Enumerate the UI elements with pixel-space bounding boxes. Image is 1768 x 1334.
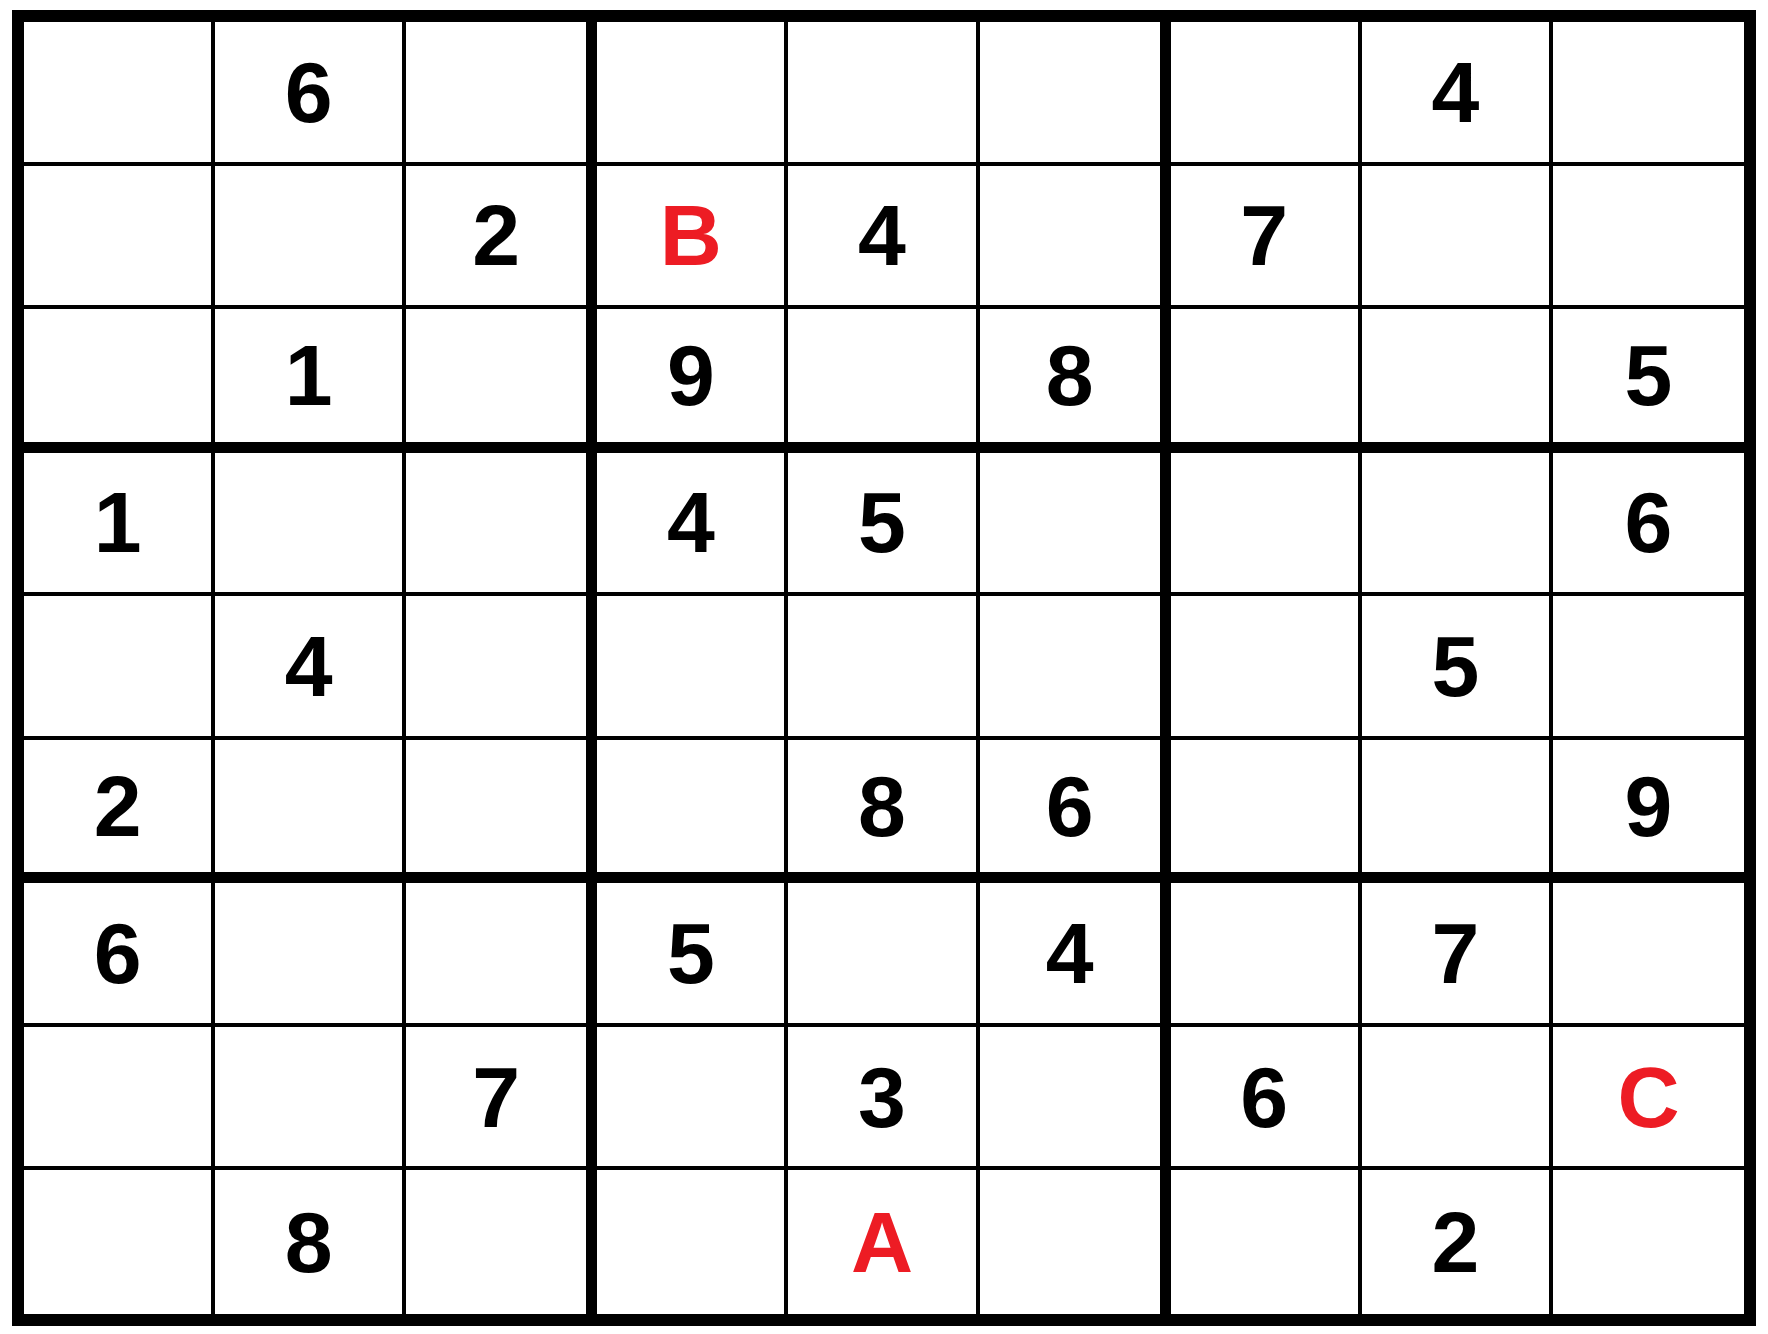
cell-r6c3[interactable]	[406, 740, 597, 884]
cell-r7c9[interactable]	[1553, 883, 1744, 1027]
cell-r6c8[interactable]	[1362, 740, 1553, 884]
cell-r3c3[interactable]	[406, 309, 597, 453]
cell-r1c2: 6	[215, 22, 406, 166]
cell-r3c7[interactable]	[1171, 309, 1362, 453]
cell-r1c5[interactable]	[788, 22, 979, 166]
cell-r8c4[interactable]	[597, 1027, 788, 1171]
cell-r4c4: 4	[597, 453, 788, 597]
cell-r2c4-marker-B[interactable]: B	[597, 166, 788, 310]
cell-r4c7[interactable]	[1171, 453, 1362, 597]
cell-r1c7[interactable]	[1171, 22, 1362, 166]
cell-r3c5[interactable]	[788, 309, 979, 453]
cell-r7c3[interactable]	[406, 883, 597, 1027]
cell-r9c4[interactable]	[597, 1170, 788, 1314]
cell-r1c1[interactable]	[24, 22, 215, 166]
cell-r8c9-marker-C[interactable]: C	[1553, 1027, 1744, 1171]
cell-r5c7[interactable]	[1171, 596, 1362, 740]
cell-r4c3[interactable]	[406, 453, 597, 597]
cell-r1c4[interactable]	[597, 22, 788, 166]
cell-r2c6[interactable]	[980, 166, 1171, 310]
cell-r6c6: 6	[980, 740, 1171, 884]
cell-r9c6[interactable]	[980, 1170, 1171, 1314]
cell-r1c8: 4	[1362, 22, 1553, 166]
cell-r3c9: 5	[1553, 309, 1744, 453]
cell-r8c2[interactable]	[215, 1027, 406, 1171]
sudoku-board: 642B47198514564528696547736C8A2	[12, 10, 1756, 1326]
cell-r9c1[interactable]	[24, 1170, 215, 1314]
cell-r2c5: 4	[788, 166, 979, 310]
cell-r1c3[interactable]	[406, 22, 597, 166]
cell-r4c5: 5	[788, 453, 979, 597]
cell-r8c6[interactable]	[980, 1027, 1171, 1171]
cell-r1c6[interactable]	[980, 22, 1171, 166]
cell-r2c9[interactable]	[1553, 166, 1744, 310]
cell-r7c5[interactable]	[788, 883, 979, 1027]
cell-r6c4[interactable]	[597, 740, 788, 884]
cell-r9c8: 2	[1362, 1170, 1553, 1314]
cell-r5c9[interactable]	[1553, 596, 1744, 740]
cell-r9c7[interactable]	[1171, 1170, 1362, 1314]
cell-r4c6[interactable]	[980, 453, 1171, 597]
cell-r9c9[interactable]	[1553, 1170, 1744, 1314]
cell-r9c5-marker-A[interactable]: A	[788, 1170, 979, 1314]
cell-r5c8: 5	[1362, 596, 1553, 740]
cell-r4c1: 1	[24, 453, 215, 597]
cell-r7c1: 6	[24, 883, 215, 1027]
cell-r7c2[interactable]	[215, 883, 406, 1027]
cell-r8c7: 6	[1171, 1027, 1362, 1171]
cell-r5c1[interactable]	[24, 596, 215, 740]
cell-r8c8[interactable]	[1362, 1027, 1553, 1171]
cell-r2c2[interactable]	[215, 166, 406, 310]
cell-r2c8[interactable]	[1362, 166, 1553, 310]
cell-r2c3: 2	[406, 166, 597, 310]
cell-r8c5: 3	[788, 1027, 979, 1171]
cell-r6c7[interactable]	[1171, 740, 1362, 884]
cell-r3c8[interactable]	[1362, 309, 1553, 453]
cell-r3c1[interactable]	[24, 309, 215, 453]
cell-r5c3[interactable]	[406, 596, 597, 740]
cell-r7c6: 4	[980, 883, 1171, 1027]
cell-r9c2: 8	[215, 1170, 406, 1314]
cell-r5c5[interactable]	[788, 596, 979, 740]
cell-r6c1: 2	[24, 740, 215, 884]
cell-r6c5: 8	[788, 740, 979, 884]
cell-r3c4: 9	[597, 309, 788, 453]
cell-r5c2: 4	[215, 596, 406, 740]
cell-r6c9: 9	[1553, 740, 1744, 884]
cell-r5c6[interactable]	[980, 596, 1171, 740]
cell-r7c8: 7	[1362, 883, 1553, 1027]
cell-r2c1[interactable]	[24, 166, 215, 310]
cell-r4c9: 6	[1553, 453, 1744, 597]
cell-r1c9[interactable]	[1553, 22, 1744, 166]
cell-r4c2[interactable]	[215, 453, 406, 597]
cell-r5c4[interactable]	[597, 596, 788, 740]
cell-r8c3: 7	[406, 1027, 597, 1171]
cell-r4c8[interactable]	[1362, 453, 1553, 597]
cell-r3c6: 8	[980, 309, 1171, 453]
cell-r6c2[interactable]	[215, 740, 406, 884]
cell-r7c7[interactable]	[1171, 883, 1362, 1027]
cell-r3c2: 1	[215, 309, 406, 453]
cell-r9c3[interactable]	[406, 1170, 597, 1314]
cell-r7c4: 5	[597, 883, 788, 1027]
cell-r8c1[interactable]	[24, 1027, 215, 1171]
cell-r2c7: 7	[1171, 166, 1362, 310]
